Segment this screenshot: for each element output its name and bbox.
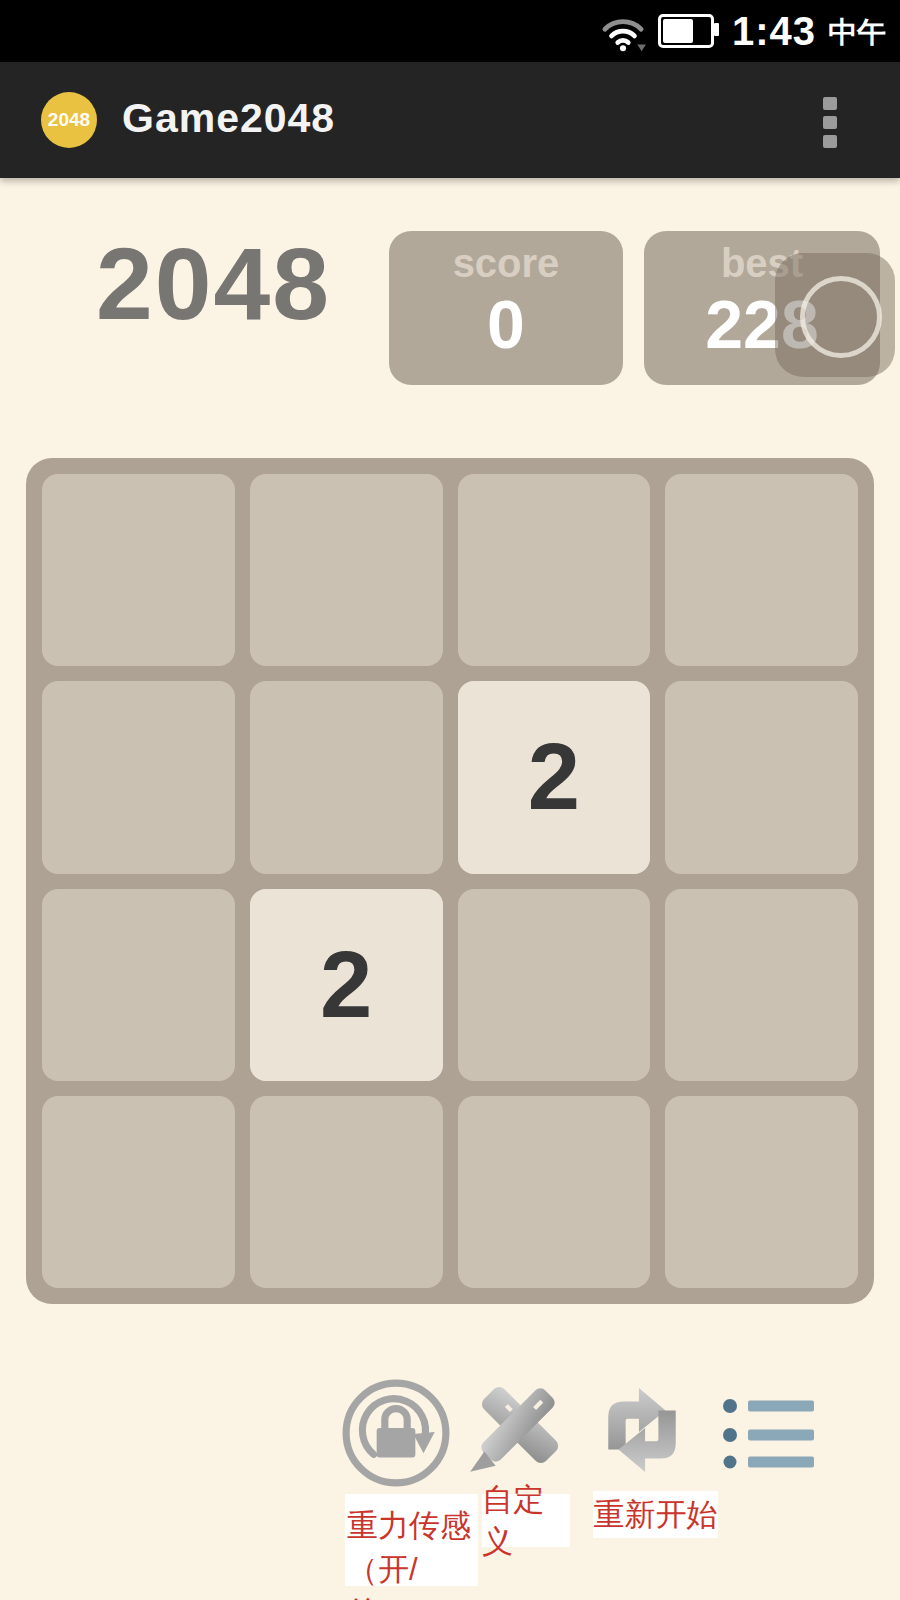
rotation-lock-icon bbox=[340, 1377, 452, 1489]
customize-caption-text: 自定义 bbox=[482, 1479, 570, 1563]
overflow-dot bbox=[823, 97, 837, 110]
gravity-sensor-button[interactable] bbox=[340, 1377, 452, 1493]
wifi-icon bbox=[600, 12, 646, 54]
overflow-menu-icon[interactable] bbox=[817, 94, 843, 150]
board-cell-r2c3: 2 bbox=[458, 681, 651, 873]
app-icon-label: 2048 bbox=[48, 109, 90, 131]
board-cell-r4c4 bbox=[665, 1096, 858, 1288]
restart-caption-text: 重新开始 bbox=[594, 1494, 718, 1536]
game-title: 2048 bbox=[96, 232, 331, 336]
overflow-dot bbox=[823, 116, 837, 129]
board-cell-r3c4 bbox=[665, 889, 858, 1081]
customize-caption: 自定义 bbox=[482, 1494, 570, 1547]
list-button[interactable] bbox=[722, 1398, 817, 1474]
gravity-caption-line1: 重力传感 bbox=[347, 1504, 478, 1548]
board[interactable]: 22 bbox=[26, 458, 874, 1304]
board-cell-r4c1 bbox=[42, 1096, 235, 1288]
floating-button-ring-icon bbox=[800, 276, 882, 358]
restart-caption: 重新开始 bbox=[593, 1491, 718, 1538]
list-icon bbox=[722, 1398, 817, 1470]
overflow-dot bbox=[823, 135, 837, 148]
battery-icon bbox=[658, 14, 714, 48]
restart-icon bbox=[596, 1384, 688, 1476]
board-cell-r1c3 bbox=[458, 474, 651, 666]
score-value: 0 bbox=[487, 287, 525, 362]
tile-2: 2 bbox=[458, 681, 651, 873]
status-bar: 1:43 中午 bbox=[0, 0, 900, 62]
gravity-sensor-caption: 重力传感 （开/关） bbox=[345, 1494, 478, 1586]
board-cell-r3c3 bbox=[458, 889, 651, 1081]
board-cell-r2c4 bbox=[665, 681, 858, 873]
board-cell-r1c2 bbox=[250, 474, 443, 666]
gravity-caption-line2: （开/关） bbox=[347, 1548, 478, 1600]
status-time: 1:43 bbox=[732, 9, 816, 54]
restart-button[interactable] bbox=[596, 1384, 688, 1480]
customize-button[interactable] bbox=[462, 1368, 574, 1484]
tile-2: 2 bbox=[250, 889, 443, 1081]
status-period: 中午 bbox=[828, 13, 886, 53]
score-box: score 0 bbox=[389, 231, 623, 385]
board-cell-r2c1 bbox=[42, 681, 235, 873]
app-title: Game2048 bbox=[122, 95, 335, 142]
board-cell-r3c1 bbox=[42, 889, 235, 1081]
board-cell-r2c2 bbox=[250, 681, 443, 873]
board-cell-r3c2: 2 bbox=[250, 889, 443, 1081]
board-cell-r1c1 bbox=[42, 474, 235, 666]
score-label: score bbox=[453, 241, 560, 285]
customize-icon bbox=[462, 1368, 574, 1480]
board-cell-r1c4 bbox=[665, 474, 858, 666]
app-icon: 2048 bbox=[41, 92, 97, 148]
floating-assistive-button[interactable] bbox=[775, 253, 895, 377]
app-bar: 2048 Game2048 bbox=[0, 62, 900, 178]
board-cell-r4c2 bbox=[250, 1096, 443, 1288]
board-cell-r4c3 bbox=[458, 1096, 651, 1288]
